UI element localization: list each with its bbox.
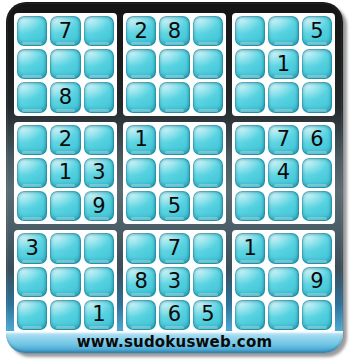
cell-r9c3: 1 [84,300,114,330]
cell-r5c8: 4 [268,158,298,188]
cell-r6c8[interactable] [268,191,298,221]
cell-r9c4[interactable] [126,300,156,330]
cell-r4c3[interactable] [84,125,114,155]
cell-r8c8[interactable] [268,267,298,297]
cell-r5c1[interactable] [17,158,47,188]
cell-r9c2[interactable] [50,300,80,330]
cell-r6c1[interactable] [17,191,47,221]
cell-r7c5: 7 [159,233,189,263]
cell-r2c4[interactable] [126,49,156,79]
cell-r6c2[interactable] [50,191,80,221]
box-6: 764 [232,122,335,225]
box-4: 2139 [14,122,117,225]
cell-r8c5: 3 [159,267,189,297]
box-5: 15 [123,122,226,225]
cell-r9c1[interactable] [17,300,47,330]
cell-r8c2[interactable] [50,267,80,297]
cell-r1c7[interactable] [235,16,265,46]
cell-r8c4: 8 [126,267,156,297]
cell-r9c6: 5 [193,300,223,330]
cell-r1c5: 8 [159,16,189,46]
cell-r4c5[interactable] [159,125,189,155]
cell-r1c9: 5 [302,16,332,46]
cell-r5c3: 3 [84,158,114,188]
cell-r3c1[interactable] [17,82,47,112]
cell-r9c8[interactable] [268,300,298,330]
cell-r3c3[interactable] [84,82,114,112]
cell-r2c3[interactable] [84,49,114,79]
cell-r3c4[interactable] [126,82,156,112]
cell-r2c9[interactable] [302,49,332,79]
cell-r2c5[interactable] [159,49,189,79]
cell-r3c7[interactable] [235,82,265,112]
cell-r8c1[interactable] [17,267,47,297]
cell-r4c2: 2 [50,125,80,155]
cell-r5c9[interactable] [302,158,332,188]
cell-r6c5: 5 [159,191,189,221]
cell-r4c1[interactable] [17,125,47,155]
site-url-label: www.sudokusweb.com [77,333,272,351]
cell-r2c8: 1 [268,49,298,79]
cell-r1c6[interactable] [193,16,223,46]
cell-r1c4: 2 [126,16,156,46]
cell-r1c2: 7 [50,16,80,46]
cell-r1c8[interactable] [268,16,298,46]
box-8: 78365 [123,230,226,333]
cell-r2c2[interactable] [50,49,80,79]
sudoku-board-frame: 782851213915764317836519 www.sudokusweb.… [6,2,343,353]
cell-r3c5[interactable] [159,82,189,112]
cell-r7c4[interactable] [126,233,156,263]
cell-r4c6[interactable] [193,125,223,155]
cell-r4c7[interactable] [235,125,265,155]
box-1: 78 [14,13,117,116]
cell-r5c4[interactable] [126,158,156,188]
sudoku-grid: 782851213915764317836519 [14,13,335,333]
cell-r6c9[interactable] [302,191,332,221]
box-7: 31 [14,230,117,333]
box-9: 19 [232,230,335,333]
cell-r2c1[interactable] [17,49,47,79]
cell-r5c6[interactable] [193,158,223,188]
cell-r3c6[interactable] [193,82,223,112]
cell-r3c9[interactable] [302,82,332,112]
cell-r4c9: 6 [302,125,332,155]
cell-r4c4: 1 [126,125,156,155]
cell-r7c2[interactable] [50,233,80,263]
cell-r6c3: 9 [84,191,114,221]
cell-r7c8[interactable] [268,233,298,263]
box-2: 28 [123,13,226,116]
box-3: 51 [232,13,335,116]
cell-r1c3[interactable] [84,16,114,46]
cell-r6c7[interactable] [235,191,265,221]
cell-r2c6[interactable] [193,49,223,79]
cell-r6c6[interactable] [193,191,223,221]
cell-r7c1: 3 [17,233,47,263]
cell-r8c9: 9 [302,267,332,297]
cell-r3c2: 8 [50,82,80,112]
footer-band: www.sudokusweb.com [6,331,343,353]
cell-r1c1[interactable] [17,16,47,46]
cell-r5c5[interactable] [159,158,189,188]
cell-r9c5: 6 [159,300,189,330]
cell-r8c3[interactable] [84,267,114,297]
cell-r7c3[interactable] [84,233,114,263]
cell-r9c9[interactable] [302,300,332,330]
cell-r4c8: 7 [268,125,298,155]
cell-r8c7[interactable] [235,267,265,297]
cell-r7c9[interactable] [302,233,332,263]
cell-r5c7[interactable] [235,158,265,188]
cell-r5c2: 1 [50,158,80,188]
page: 782851213915764317836519 www.sudokusweb.… [0,0,350,360]
cell-r3c8[interactable] [268,82,298,112]
cell-r9c7[interactable] [235,300,265,330]
cell-r7c6[interactable] [193,233,223,263]
cell-r6c4[interactable] [126,191,156,221]
cell-r2c7[interactable] [235,49,265,79]
cell-r8c6[interactable] [193,267,223,297]
cell-r7c7: 1 [235,233,265,263]
